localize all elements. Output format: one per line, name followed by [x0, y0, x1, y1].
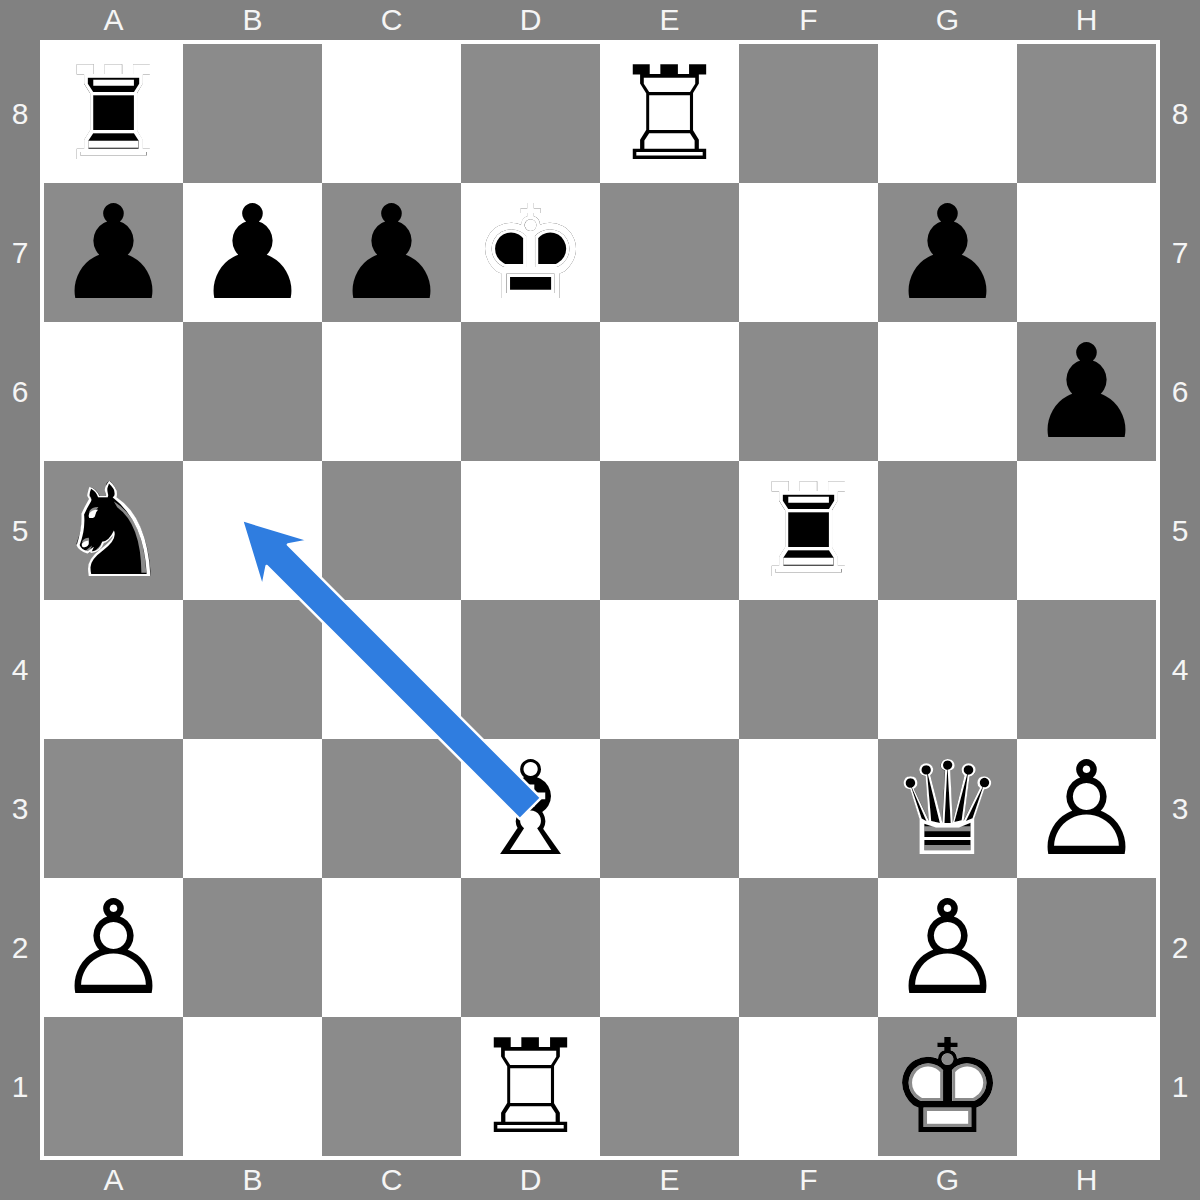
- piece-white-pawn-g2[interactable]: ♟♙: [878, 878, 1017, 1017]
- file-label-top-d: D: [509, 0, 553, 42]
- piece-black-king-d7[interactable]: ♚♔: [461, 183, 600, 322]
- piece-black-pawn-b7[interactable]: ♟: [183, 183, 322, 322]
- file-label-bottom-e: E: [648, 1158, 692, 1200]
- square-d1[interactable]: ♜♖: [461, 1017, 600, 1156]
- square-a2[interactable]: ♟♙: [44, 878, 183, 1017]
- file-label-top-c: C: [370, 0, 414, 42]
- rank-label-left-7: 7: [0, 231, 42, 275]
- piece-black-pawn-g7[interactable]: ♟: [878, 183, 1017, 322]
- square-h3[interactable]: ♟♙: [1017, 739, 1156, 878]
- square-f2[interactable]: [739, 878, 878, 1017]
- square-b1[interactable]: [183, 1017, 322, 1156]
- square-f7[interactable]: [739, 183, 878, 322]
- rank-label-left-6: 6: [0, 370, 42, 414]
- square-a6[interactable]: [44, 322, 183, 461]
- square-e4[interactable]: [600, 600, 739, 739]
- piece-white-bishop-d3[interactable]: ♝♗: [461, 739, 600, 878]
- file-label-bottom-a: A: [92, 1158, 136, 1200]
- square-h1[interactable]: [1017, 1017, 1156, 1156]
- square-e7[interactable]: [600, 183, 739, 322]
- rank-label-right-5: 5: [1158, 509, 1200, 553]
- rank-label-left-3: 3: [0, 787, 42, 831]
- rank-label-left-5: 5: [0, 509, 42, 553]
- square-c3[interactable]: [322, 739, 461, 878]
- square-b4[interactable]: [183, 600, 322, 739]
- square-c5[interactable]: [322, 461, 461, 600]
- square-g2[interactable]: ♟♙: [878, 878, 1017, 1017]
- square-c1[interactable]: [322, 1017, 461, 1156]
- file-label-top-g: G: [926, 0, 970, 42]
- square-b2[interactable]: [183, 878, 322, 1017]
- piece-black-rook-f5[interactable]: ♜♖: [739, 461, 878, 600]
- square-h6[interactable]: ♟: [1017, 322, 1156, 461]
- rank-label-left-4: 4: [0, 648, 42, 692]
- square-d3[interactable]: ♝♗: [461, 739, 600, 878]
- square-b7[interactable]: ♟: [183, 183, 322, 322]
- square-g4[interactable]: [878, 600, 1017, 739]
- file-label-bottom-g: G: [926, 1158, 970, 1200]
- square-b3[interactable]: [183, 739, 322, 878]
- piece-white-king-g1[interactable]: ♚♔: [878, 1017, 1017, 1156]
- square-g3[interactable]: ♛♕: [878, 739, 1017, 878]
- square-e1[interactable]: [600, 1017, 739, 1156]
- square-a1[interactable]: [44, 1017, 183, 1156]
- rank-label-right-2: 2: [1158, 926, 1200, 970]
- piece-black-pawn-h6[interactable]: ♟: [1017, 322, 1156, 461]
- piece-white-pawn-a2[interactable]: ♟♙: [44, 878, 183, 1017]
- file-label-bottom-d: D: [509, 1158, 553, 1200]
- rank-label-right-3: 3: [1158, 787, 1200, 831]
- rank-label-right-8: 8: [1158, 92, 1200, 136]
- square-d2[interactable]: [461, 878, 600, 1017]
- square-h2[interactable]: [1017, 878, 1156, 1017]
- square-b8[interactable]: [183, 44, 322, 183]
- file-label-bottom-h: H: [1065, 1158, 1109, 1200]
- square-f6[interactable]: [739, 322, 878, 461]
- piece-white-rook-e8[interactable]: ♜♖: [600, 44, 739, 183]
- square-h7[interactable]: [1017, 183, 1156, 322]
- square-g5[interactable]: [878, 461, 1017, 600]
- square-e2[interactable]: [600, 878, 739, 1017]
- square-g8[interactable]: [878, 44, 1017, 183]
- piece-white-rook-d1[interactable]: ♜♖: [461, 1017, 600, 1156]
- file-label-top-a: A: [92, 0, 136, 42]
- square-d5[interactable]: [461, 461, 600, 600]
- square-c4[interactable]: [322, 600, 461, 739]
- square-c2[interactable]: [322, 878, 461, 1017]
- square-e6[interactable]: [600, 322, 739, 461]
- piece-black-queen-g3[interactable]: ♛♕: [878, 739, 1017, 878]
- square-a3[interactable]: [44, 739, 183, 878]
- rank-label-right-1: 1: [1158, 1065, 1200, 1109]
- file-label-top-h: H: [1065, 0, 1109, 42]
- file-label-top-f: F: [787, 0, 831, 42]
- square-h8[interactable]: [1017, 44, 1156, 183]
- square-f5[interactable]: ♜♖: [739, 461, 878, 600]
- chess-board: ♜♖♜♖♟♟♟♚♔♟♟♞♘♜♖♝♗♛♕♟♙♟♙♟♙♜♖♚♔: [44, 44, 1156, 1156]
- rank-label-left-8: 8: [0, 92, 42, 136]
- square-h4[interactable]: [1017, 600, 1156, 739]
- square-c7[interactable]: ♟: [322, 183, 461, 322]
- file-label-top-e: E: [648, 0, 692, 42]
- rank-label-left-1: 1: [0, 1065, 42, 1109]
- square-e3[interactable]: [600, 739, 739, 878]
- square-a8[interactable]: ♜♖: [44, 44, 183, 183]
- piece-black-knight-a5[interactable]: ♞♘: [44, 461, 183, 600]
- rank-label-right-7: 7: [1158, 231, 1200, 275]
- piece-black-rook-a8[interactable]: ♜♖: [44, 44, 183, 183]
- square-f4[interactable]: [739, 600, 878, 739]
- piece-black-pawn-a7[interactable]: ♟: [44, 183, 183, 322]
- square-d4[interactable]: [461, 600, 600, 739]
- square-g1[interactable]: ♚♔: [878, 1017, 1017, 1156]
- square-g7[interactable]: ♟: [878, 183, 1017, 322]
- square-g6[interactable]: [878, 322, 1017, 461]
- square-e5[interactable]: [600, 461, 739, 600]
- file-label-bottom-b: B: [231, 1158, 275, 1200]
- file-label-bottom-f: F: [787, 1158, 831, 1200]
- square-a5[interactable]: ♞♘: [44, 461, 183, 600]
- rank-label-right-6: 6: [1158, 370, 1200, 414]
- file-label-bottom-c: C: [370, 1158, 414, 1200]
- square-d8[interactable]: [461, 44, 600, 183]
- square-f8[interactable]: [739, 44, 878, 183]
- square-d7[interactable]: ♚♔: [461, 183, 600, 322]
- rank-label-right-4: 4: [1158, 648, 1200, 692]
- square-f1[interactable]: [739, 1017, 878, 1156]
- square-b6[interactable]: [183, 322, 322, 461]
- square-h5[interactable]: [1017, 461, 1156, 600]
- piece-black-pawn-c7[interactable]: ♟: [322, 183, 461, 322]
- square-f3[interactable]: [739, 739, 878, 878]
- chess-diagram: ♜♖♜♖♟♟♟♚♔♟♟♞♘♜♖♝♗♛♕♟♙♟♙♟♙♜♖♚♔ AABBCCDDEE…: [0, 0, 1200, 1200]
- square-a4[interactable]: [44, 600, 183, 739]
- file-label-top-b: B: [231, 0, 275, 42]
- rank-label-left-2: 2: [0, 926, 42, 970]
- square-e8[interactable]: ♜♖: [600, 44, 739, 183]
- piece-white-pawn-h3[interactable]: ♟♙: [1017, 739, 1156, 878]
- square-d6[interactable]: [461, 322, 600, 461]
- square-a7[interactable]: ♟: [44, 183, 183, 322]
- square-c6[interactable]: [322, 322, 461, 461]
- square-c8[interactable]: [322, 44, 461, 183]
- square-b5[interactable]: [183, 461, 322, 600]
